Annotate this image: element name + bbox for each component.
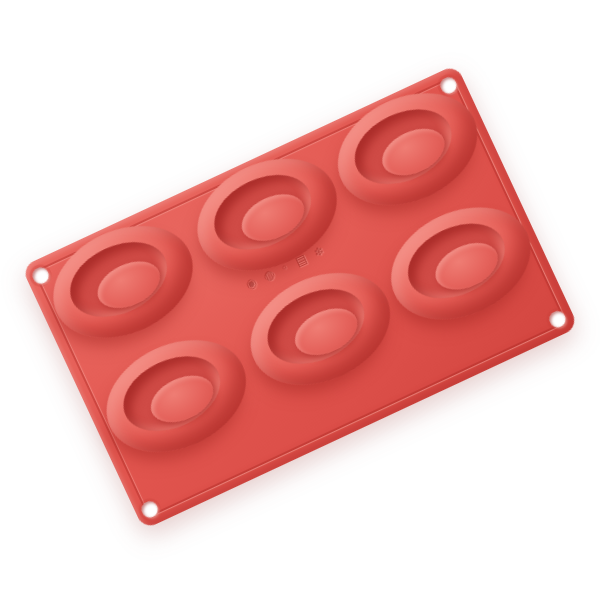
temperature-icon: ◦ <box>277 257 292 278</box>
dishwasher-safe-icon: ◍ <box>260 264 278 287</box>
product-photo-background: ◉ ◍ ◦ ▤ ❄ <box>0 0 600 600</box>
freezer-safe-icon: ❄ <box>310 241 328 263</box>
silicone-mold-tray: ◉ ◍ ◦ ▤ ❄ <box>21 64 579 530</box>
